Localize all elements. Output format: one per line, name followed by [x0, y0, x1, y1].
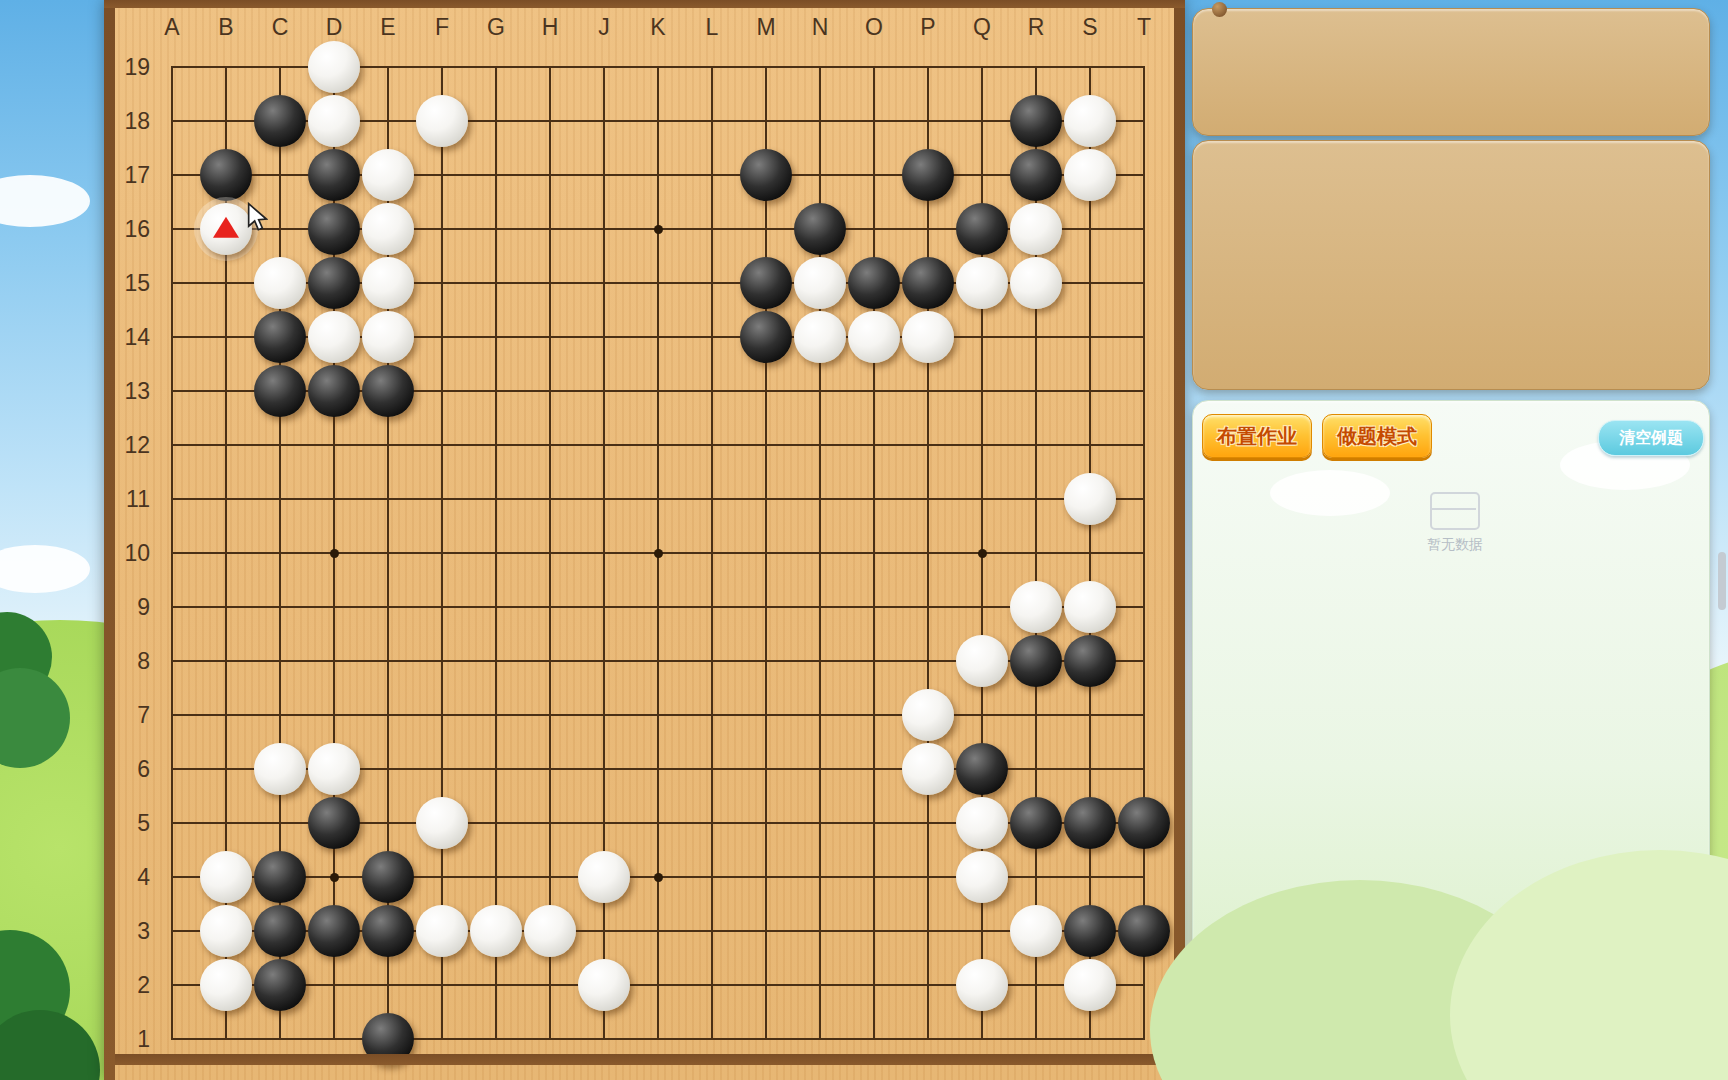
board-frame-left [104, 8, 115, 1080]
board-grid-line [1089, 66, 1091, 1040]
column-label-B: B [212, 14, 240, 41]
stone-black-C3[interactable] [254, 905, 306, 957]
stone-white-S18[interactable] [1064, 95, 1116, 147]
stone-white-P7[interactable] [902, 689, 954, 741]
stone-black-D15[interactable] [308, 257, 360, 309]
row-label-12: 12 [114, 432, 150, 459]
quiz-mode-button[interactable]: 做题模式 [1322, 414, 1432, 458]
column-label-K: K [644, 14, 672, 41]
stone-black-S3[interactable] [1064, 905, 1116, 957]
assign-homework-button[interactable]: 布置作业 [1202, 414, 1312, 458]
stone-white-R15[interactable] [1010, 257, 1062, 309]
column-label-H: H [536, 14, 564, 41]
stone-white-Q4[interactable] [956, 851, 1008, 903]
class-panel [1192, 8, 1710, 136]
star-point-K4 [654, 873, 663, 882]
stone-black-T3[interactable] [1118, 905, 1170, 957]
column-label-L: L [698, 14, 726, 41]
column-label-G: G [482, 14, 510, 41]
stone-white-P6[interactable] [902, 743, 954, 795]
stone-black-C2[interactable] [254, 959, 306, 1011]
last-move-triangle-marker [213, 217, 239, 238]
stone-white-Q15[interactable] [956, 257, 1008, 309]
stone-white-N14[interactable] [794, 311, 846, 363]
row-label-11: 11 [114, 486, 150, 513]
row-label-18: 18 [114, 108, 150, 135]
stone-white-D14[interactable] [308, 311, 360, 363]
stone-white-Q5[interactable] [956, 797, 1008, 849]
stone-white-B3[interactable] [200, 905, 252, 957]
stone-black-S8[interactable] [1064, 635, 1116, 687]
stone-white-B16[interactable] [200, 203, 252, 255]
board-grid-line [711, 66, 713, 1040]
mouse-cursor [246, 202, 268, 232]
column-label-D: D [320, 14, 348, 41]
stone-black-Q6[interactable] [956, 743, 1008, 795]
stone-black-C13[interactable] [254, 365, 306, 417]
stone-white-Q2[interactable] [956, 959, 1008, 1011]
stone-black-D17[interactable] [308, 149, 360, 201]
stone-black-C14[interactable] [254, 311, 306, 363]
stone-black-E4[interactable] [362, 851, 414, 903]
stone-white-D18[interactable] [308, 95, 360, 147]
stone-white-R3[interactable] [1010, 905, 1062, 957]
stone-black-R17[interactable] [1010, 149, 1062, 201]
cloud [1270, 470, 1390, 516]
stone-black-T5[interactable] [1118, 797, 1170, 849]
stone-white-F5[interactable] [416, 797, 468, 849]
stone-white-H3[interactable] [524, 905, 576, 957]
stone-white-C15[interactable] [254, 257, 306, 309]
stone-white-E14[interactable] [362, 311, 414, 363]
board-grid-line [765, 66, 767, 1040]
stone-white-R16[interactable] [1010, 203, 1062, 255]
stone-white-G3[interactable] [470, 905, 522, 957]
board-grid-line [171, 606, 1145, 608]
column-label-M: M [752, 14, 780, 41]
stone-black-P17[interactable] [902, 149, 954, 201]
row-label-8: 8 [114, 648, 150, 675]
stone-black-B17[interactable] [200, 149, 252, 201]
stone-white-E15[interactable] [362, 257, 414, 309]
stone-black-P15[interactable] [902, 257, 954, 309]
stone-black-D5[interactable] [308, 797, 360, 849]
star-point-D10 [330, 549, 339, 558]
column-label-O: O [860, 14, 888, 41]
stone-white-O14[interactable] [848, 311, 900, 363]
board-grid-line [171, 714, 1145, 716]
stone-black-Q16[interactable] [956, 203, 1008, 255]
star-point-K10 [654, 549, 663, 558]
stone-black-D13[interactable] [308, 365, 360, 417]
stone-white-S9[interactable] [1064, 581, 1116, 633]
stone-black-M15[interactable] [740, 257, 792, 309]
row-label-16: 16 [114, 216, 150, 243]
stone-black-N16[interactable] [794, 203, 846, 255]
stone-black-O15[interactable] [848, 257, 900, 309]
stone-white-D19[interactable] [308, 41, 360, 93]
row-label-10: 10 [114, 540, 150, 567]
column-label-E: E [374, 14, 402, 41]
stone-white-C6[interactable] [254, 743, 306, 795]
stone-black-C18[interactable] [254, 95, 306, 147]
column-label-A: A [158, 14, 186, 41]
row-label-2: 2 [114, 972, 150, 999]
row-label-5: 5 [114, 810, 150, 837]
stone-white-J2[interactable] [578, 959, 630, 1011]
column-label-P: P [914, 14, 942, 41]
stone-black-R18[interactable] [1010, 95, 1062, 147]
row-label-19: 19 [114, 54, 150, 81]
board-grid-line [873, 66, 875, 1040]
board-frame-right [1174, 8, 1185, 1080]
star-point-K16 [654, 225, 663, 234]
row-label-3: 3 [114, 918, 150, 945]
column-label-S: S [1076, 14, 1104, 41]
row-label-6: 6 [114, 756, 150, 783]
stone-white-S2[interactable] [1064, 959, 1116, 1011]
column-label-F: F [428, 14, 456, 41]
stone-white-N15[interactable] [794, 257, 846, 309]
stone-white-E16[interactable] [362, 203, 414, 255]
no-data-text: 暂无数据 [1427, 536, 1483, 554]
stone-white-Q8[interactable] [956, 635, 1008, 687]
stone-black-D3[interactable] [308, 905, 360, 957]
row-label-14: 14 [114, 324, 150, 351]
row-label-15: 15 [114, 270, 150, 297]
stone-black-D16[interactable] [308, 203, 360, 255]
tools-panel [1192, 140, 1710, 390]
board-grid-line [927, 66, 929, 1040]
column-label-Q: Q [968, 14, 996, 41]
cloud [0, 545, 90, 593]
row-label-4: 4 [114, 864, 150, 891]
empty-state: 暂无数据 [1427, 492, 1483, 554]
column-label-C: C [266, 14, 294, 41]
clear-example-button[interactable]: 清空例题 [1598, 420, 1704, 456]
row-label-9: 9 [114, 594, 150, 621]
scrollbar[interactable] [1718, 552, 1726, 610]
stone-black-M14[interactable] [740, 311, 792, 363]
board-grid-line [1143, 66, 1145, 1040]
row-label-13: 13 [114, 378, 150, 405]
app-window: ABCDEFGHJKLMNOPQRST191817161514131211109… [0, 0, 1728, 1080]
stone-white-F3[interactable] [416, 905, 468, 957]
stone-black-M17[interactable] [740, 149, 792, 201]
column-label-T: T [1130, 14, 1158, 41]
stone-white-J4[interactable] [578, 851, 630, 903]
stone-white-D6[interactable] [308, 743, 360, 795]
star-point-Q10 [978, 549, 987, 558]
stone-white-S17[interactable] [1064, 149, 1116, 201]
stone-black-C4[interactable] [254, 851, 306, 903]
board-grid-line [171, 1038, 1145, 1040]
row-label-7: 7 [114, 702, 150, 729]
go-board[interactable]: ABCDEFGHJKLMNOPQRST191817161514131211109… [104, 0, 1185, 1080]
star-point-D4 [330, 873, 339, 882]
no-data-icon [1430, 492, 1480, 530]
stone-white-R9[interactable] [1010, 581, 1062, 633]
stone-white-F18[interactable] [416, 95, 468, 147]
stone-white-E17[interactable] [362, 149, 414, 201]
stone-black-R8[interactable] [1010, 635, 1062, 687]
stone-black-S5[interactable] [1064, 797, 1116, 849]
panel-pin [1212, 2, 1227, 17]
stone-black-E13[interactable] [362, 365, 414, 417]
row-label-1: 1 [114, 1026, 150, 1053]
column-label-J: J [590, 14, 618, 41]
stone-black-E3[interactable] [362, 905, 414, 957]
stone-black-R5[interactable] [1010, 797, 1062, 849]
stone-white-B4[interactable] [200, 851, 252, 903]
column-label-R: R [1022, 14, 1050, 41]
cloud [0, 175, 90, 227]
stone-white-P14[interactable] [902, 311, 954, 363]
board-frame-top [104, 0, 1185, 8]
row-label-17: 17 [114, 162, 150, 189]
stone-white-B2[interactable] [200, 959, 252, 1011]
stone-white-S11[interactable] [1064, 473, 1116, 525]
column-label-N: N [806, 14, 834, 41]
board-frame-bottom [115, 1054, 1174, 1065]
